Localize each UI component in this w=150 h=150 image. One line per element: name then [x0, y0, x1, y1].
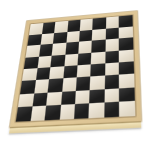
- square-c2: [46, 92, 61, 106]
- square-h4: [119, 61, 134, 75]
- square-f2: [90, 89, 105, 104]
- square-g1: [104, 102, 119, 117]
- square-e5: [78, 52, 92, 65]
- square-e1: [74, 104, 90, 119]
- square-f3: [90, 76, 105, 90]
- square-g2: [104, 88, 119, 103]
- square-f1: [89, 103, 104, 118]
- square-d3: [62, 78, 77, 92]
- checkerboard: [10, 11, 141, 127]
- square-g5: [105, 50, 119, 63]
- square-f4: [91, 63, 105, 77]
- square-g4: [105, 62, 119, 76]
- square-h3: [119, 74, 134, 88]
- square-c3: [48, 79, 63, 93]
- board-grid: [16, 15, 135, 121]
- board-photo-stage: [0, 0, 150, 150]
- square-d4: [63, 65, 78, 78]
- square-g3: [105, 75, 120, 89]
- square-d5: [64, 53, 78, 66]
- square-c5: [51, 54, 65, 67]
- square-e3: [76, 77, 91, 91]
- square-c4: [49, 66, 64, 79]
- square-f5: [91, 51, 105, 64]
- square-c1: [45, 105, 61, 120]
- square-d2: [61, 91, 76, 105]
- square-d1: [59, 104, 75, 119]
- square-h2: [119, 87, 134, 102]
- square-e2: [75, 90, 90, 104]
- square-h5: [119, 49, 133, 62]
- square-h1: [119, 101, 135, 116]
- square-e4: [77, 64, 92, 77]
